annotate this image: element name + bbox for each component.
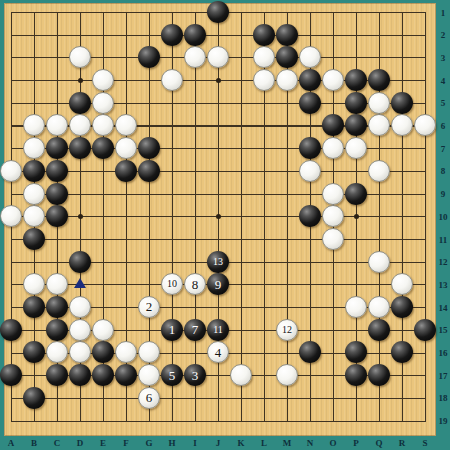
point-F1[interactable] (115, 1, 138, 24)
point-L14[interactable] (253, 296, 276, 319)
point-F2[interactable] (115, 23, 138, 46)
point-R14[interactable] (391, 296, 414, 319)
point-A6[interactable] (0, 114, 23, 137)
point-L15[interactable] (253, 318, 276, 341)
point-R19[interactable] (391, 409, 414, 432)
point-K14[interactable] (230, 296, 253, 319)
point-H11[interactable] (161, 228, 184, 251)
point-O3[interactable] (322, 46, 345, 69)
point-R18[interactable] (391, 386, 414, 409)
point-E18[interactable] (92, 386, 115, 409)
point-F13[interactable] (115, 273, 138, 296)
point-I13[interactable]: 8 (184, 273, 207, 296)
point-O10[interactable] (322, 205, 345, 228)
point-S11[interactable] (414, 228, 437, 251)
point-P15[interactable] (345, 318, 368, 341)
point-D9[interactable] (69, 182, 92, 205)
point-C1[interactable] (46, 1, 69, 24)
point-S8[interactable] (414, 159, 437, 182)
point-M11[interactable] (276, 228, 299, 251)
point-S9[interactable] (414, 182, 437, 205)
point-H1[interactable] (161, 1, 184, 24)
point-P5[interactable] (345, 91, 368, 114)
point-O18[interactable] (322, 386, 345, 409)
point-K11[interactable] (230, 228, 253, 251)
point-D5[interactable] (69, 91, 92, 114)
point-E3[interactable] (92, 46, 115, 69)
point-M1[interactable] (276, 1, 299, 24)
point-L11[interactable] (253, 228, 276, 251)
point-F4[interactable] (115, 69, 138, 92)
point-F9[interactable] (115, 182, 138, 205)
point-R12[interactable] (391, 250, 414, 273)
point-G9[interactable] (138, 182, 161, 205)
point-P1[interactable] (345, 1, 368, 24)
point-L2[interactable] (253, 23, 276, 46)
point-G4[interactable] (138, 69, 161, 92)
point-M3[interactable] (276, 46, 299, 69)
point-S18[interactable] (414, 386, 437, 409)
point-N2[interactable] (299, 23, 322, 46)
point-P7[interactable] (345, 137, 368, 160)
point-J17[interactable] (207, 364, 230, 387)
point-F12[interactable] (115, 250, 138, 273)
point-Q9[interactable] (368, 182, 391, 205)
point-O6[interactable] (322, 114, 345, 137)
point-M12[interactable] (276, 250, 299, 273)
point-N1[interactable] (299, 1, 322, 24)
point-A17[interactable] (0, 364, 23, 387)
point-R8[interactable] (391, 159, 414, 182)
point-H10[interactable] (161, 205, 184, 228)
point-E16[interactable] (92, 341, 115, 364)
point-A3[interactable] (0, 46, 23, 69)
point-E6[interactable] (92, 114, 115, 137)
point-K15[interactable] (230, 318, 253, 341)
point-M13[interactable] (276, 273, 299, 296)
point-E2[interactable] (92, 23, 115, 46)
point-S10[interactable] (414, 205, 437, 228)
point-R13[interactable] (391, 273, 414, 296)
point-M19[interactable] (276, 409, 299, 432)
point-C10[interactable] (46, 205, 69, 228)
point-C2[interactable] (46, 23, 69, 46)
point-J15[interactable]: 11 (207, 318, 230, 341)
point-A10[interactable] (0, 205, 23, 228)
point-B9[interactable] (23, 182, 46, 205)
point-E8[interactable] (92, 159, 115, 182)
point-O7[interactable] (322, 137, 345, 160)
point-F7[interactable] (115, 137, 138, 160)
point-S6[interactable] (414, 114, 437, 137)
point-B11[interactable] (23, 228, 46, 251)
point-C16[interactable] (46, 341, 69, 364)
point-F18[interactable] (115, 386, 138, 409)
point-D4[interactable] (69, 69, 92, 92)
point-Q7[interactable] (368, 137, 391, 160)
point-M2[interactable] (276, 23, 299, 46)
point-E10[interactable] (92, 205, 115, 228)
point-F10[interactable] (115, 205, 138, 228)
point-E11[interactable] (92, 228, 115, 251)
point-B16[interactable] (23, 341, 46, 364)
point-P12[interactable] (345, 250, 368, 273)
point-Q15[interactable] (368, 318, 391, 341)
point-E12[interactable] (92, 250, 115, 273)
point-L1[interactable] (253, 1, 276, 24)
point-H17[interactable]: 5 (161, 364, 184, 387)
point-F15[interactable] (115, 318, 138, 341)
point-L9[interactable] (253, 182, 276, 205)
point-A15[interactable] (0, 318, 23, 341)
point-F14[interactable] (115, 296, 138, 319)
point-F6[interactable] (115, 114, 138, 137)
point-K13[interactable] (230, 273, 253, 296)
point-D15[interactable] (69, 318, 92, 341)
point-B8[interactable] (23, 159, 46, 182)
point-P9[interactable] (345, 182, 368, 205)
point-P11[interactable] (345, 228, 368, 251)
point-F11[interactable] (115, 228, 138, 251)
point-G3[interactable] (138, 46, 161, 69)
point-G10[interactable] (138, 205, 161, 228)
point-A11[interactable] (0, 228, 23, 251)
point-S5[interactable] (414, 91, 437, 114)
point-C9[interactable] (46, 182, 69, 205)
point-K9[interactable] (230, 182, 253, 205)
point-C11[interactable] (46, 228, 69, 251)
point-P3[interactable] (345, 46, 368, 69)
point-S16[interactable] (414, 341, 437, 364)
point-K12[interactable] (230, 250, 253, 273)
point-J4[interactable] (207, 69, 230, 92)
point-A12[interactable] (0, 250, 23, 273)
point-Q12[interactable] (368, 250, 391, 273)
point-K4[interactable] (230, 69, 253, 92)
point-R9[interactable] (391, 182, 414, 205)
point-I2[interactable] (184, 23, 207, 46)
point-A8[interactable] (0, 159, 23, 182)
point-F19[interactable] (115, 409, 138, 432)
point-C17[interactable] (46, 364, 69, 387)
point-L7[interactable] (253, 137, 276, 160)
point-P13[interactable] (345, 273, 368, 296)
point-R7[interactable] (391, 137, 414, 160)
point-N17[interactable] (299, 364, 322, 387)
point-N8[interactable] (299, 159, 322, 182)
point-H15[interactable]: 1 (161, 318, 184, 341)
point-S4[interactable] (414, 69, 437, 92)
point-D19[interactable] (69, 409, 92, 432)
point-N7[interactable] (299, 137, 322, 160)
point-N13[interactable] (299, 273, 322, 296)
point-C13[interactable] (46, 273, 69, 296)
point-B2[interactable] (23, 23, 46, 46)
point-J13[interactable]: 9 (207, 273, 230, 296)
point-K2[interactable] (230, 23, 253, 46)
point-S15[interactable] (414, 318, 437, 341)
point-J1[interactable] (207, 1, 230, 24)
point-H19[interactable] (161, 409, 184, 432)
point-B5[interactable] (23, 91, 46, 114)
point-Q11[interactable] (368, 228, 391, 251)
point-G15[interactable] (138, 318, 161, 341)
point-I16[interactable] (184, 341, 207, 364)
point-H13[interactable]: 10 (161, 273, 184, 296)
point-J8[interactable] (207, 159, 230, 182)
point-N14[interactable] (299, 296, 322, 319)
point-L18[interactable] (253, 386, 276, 409)
point-I10[interactable] (184, 205, 207, 228)
point-J19[interactable] (207, 409, 230, 432)
point-K6[interactable] (230, 114, 253, 137)
point-N16[interactable] (299, 341, 322, 364)
point-M7[interactable] (276, 137, 299, 160)
point-D7[interactable] (69, 137, 92, 160)
point-P4[interactable] (345, 69, 368, 92)
point-P19[interactable] (345, 409, 368, 432)
point-D2[interactable] (69, 23, 92, 46)
point-D18[interactable] (69, 386, 92, 409)
point-C18[interactable] (46, 386, 69, 409)
point-E4[interactable] (92, 69, 115, 92)
point-R11[interactable] (391, 228, 414, 251)
point-A18[interactable] (0, 386, 23, 409)
point-G1[interactable] (138, 1, 161, 24)
point-F8[interactable] (115, 159, 138, 182)
point-L4[interactable] (253, 69, 276, 92)
point-B15[interactable] (23, 318, 46, 341)
point-I6[interactable] (184, 114, 207, 137)
point-N12[interactable] (299, 250, 322, 273)
point-R4[interactable] (391, 69, 414, 92)
point-A14[interactable] (0, 296, 23, 319)
point-S12[interactable] (414, 250, 437, 273)
point-S14[interactable] (414, 296, 437, 319)
point-G13[interactable] (138, 273, 161, 296)
point-B10[interactable] (23, 205, 46, 228)
point-O4[interactable] (322, 69, 345, 92)
point-H3[interactable] (161, 46, 184, 69)
point-M5[interactable] (276, 91, 299, 114)
point-I5[interactable] (184, 91, 207, 114)
point-A9[interactable] (0, 182, 23, 205)
point-O16[interactable] (322, 341, 345, 364)
point-M4[interactable] (276, 69, 299, 92)
point-O12[interactable] (322, 250, 345, 273)
point-C12[interactable] (46, 250, 69, 273)
point-Q14[interactable] (368, 296, 391, 319)
point-P18[interactable] (345, 386, 368, 409)
point-E1[interactable] (92, 1, 115, 24)
point-M9[interactable] (276, 182, 299, 205)
point-S1[interactable] (414, 1, 437, 24)
point-A13[interactable] (0, 273, 23, 296)
point-O11[interactable] (322, 228, 345, 251)
point-J16[interactable]: 4 (207, 341, 230, 364)
point-J6[interactable] (207, 114, 230, 137)
point-O9[interactable] (322, 182, 345, 205)
point-N10[interactable] (299, 205, 322, 228)
point-Q17[interactable] (368, 364, 391, 387)
point-J2[interactable] (207, 23, 230, 46)
point-L5[interactable] (253, 91, 276, 114)
point-E5[interactable] (92, 91, 115, 114)
point-L16[interactable] (253, 341, 276, 364)
point-Q5[interactable] (368, 91, 391, 114)
point-L10[interactable] (253, 205, 276, 228)
point-Q18[interactable] (368, 386, 391, 409)
point-B14[interactable] (23, 296, 46, 319)
point-I11[interactable] (184, 228, 207, 251)
point-M14[interactable] (276, 296, 299, 319)
point-H18[interactable] (161, 386, 184, 409)
point-E15[interactable] (92, 318, 115, 341)
point-H8[interactable] (161, 159, 184, 182)
point-O14[interactable] (322, 296, 345, 319)
point-O8[interactable] (322, 159, 345, 182)
point-N11[interactable] (299, 228, 322, 251)
point-P6[interactable] (345, 114, 368, 137)
point-S2[interactable] (414, 23, 437, 46)
point-F17[interactable] (115, 364, 138, 387)
point-H6[interactable] (161, 114, 184, 137)
point-O13[interactable] (322, 273, 345, 296)
point-N9[interactable] (299, 182, 322, 205)
point-L13[interactable] (253, 273, 276, 296)
point-D17[interactable] (69, 364, 92, 387)
point-C8[interactable] (46, 159, 69, 182)
point-R16[interactable] (391, 341, 414, 364)
point-K16[interactable] (230, 341, 253, 364)
point-S13[interactable] (414, 273, 437, 296)
point-G5[interactable] (138, 91, 161, 114)
point-J5[interactable] (207, 91, 230, 114)
point-M10[interactable] (276, 205, 299, 228)
point-S7[interactable] (414, 137, 437, 160)
point-P14[interactable] (345, 296, 368, 319)
point-M15[interactable]: 12 (276, 318, 299, 341)
point-J10[interactable] (207, 205, 230, 228)
point-B3[interactable] (23, 46, 46, 69)
point-D8[interactable] (69, 159, 92, 182)
point-J7[interactable] (207, 137, 230, 160)
point-I1[interactable] (184, 1, 207, 24)
point-B13[interactable] (23, 273, 46, 296)
point-C4[interactable] (46, 69, 69, 92)
point-Q13[interactable] (368, 273, 391, 296)
point-A19[interactable] (0, 409, 23, 432)
point-Q3[interactable] (368, 46, 391, 69)
point-C3[interactable] (46, 46, 69, 69)
point-J11[interactable] (207, 228, 230, 251)
point-C14[interactable] (46, 296, 69, 319)
point-G19[interactable] (138, 409, 161, 432)
point-P2[interactable] (345, 23, 368, 46)
point-E13[interactable] (92, 273, 115, 296)
point-D3[interactable] (69, 46, 92, 69)
point-I15[interactable]: 7 (184, 318, 207, 341)
point-Q19[interactable] (368, 409, 391, 432)
point-K5[interactable] (230, 91, 253, 114)
point-D10[interactable] (69, 205, 92, 228)
point-D6[interactable] (69, 114, 92, 137)
point-H4[interactable] (161, 69, 184, 92)
point-K7[interactable] (230, 137, 253, 160)
point-A1[interactable] (0, 1, 23, 24)
point-I17[interactable]: 3 (184, 364, 207, 387)
point-B7[interactable] (23, 137, 46, 160)
point-J14[interactable] (207, 296, 230, 319)
point-B6[interactable] (23, 114, 46, 137)
point-D12[interactable] (69, 250, 92, 273)
point-I9[interactable] (184, 182, 207, 205)
point-G11[interactable] (138, 228, 161, 251)
point-R15[interactable] (391, 318, 414, 341)
point-M8[interactable] (276, 159, 299, 182)
point-I7[interactable] (184, 137, 207, 160)
point-G8[interactable] (138, 159, 161, 182)
point-F3[interactable] (115, 46, 138, 69)
point-R10[interactable] (391, 205, 414, 228)
point-N19[interactable] (299, 409, 322, 432)
point-F16[interactable] (115, 341, 138, 364)
point-K17[interactable] (230, 364, 253, 387)
point-N4[interactable] (299, 69, 322, 92)
point-G12[interactable] (138, 250, 161, 273)
point-K18[interactable] (230, 386, 253, 409)
point-B19[interactable] (23, 409, 46, 432)
point-E7[interactable] (92, 137, 115, 160)
point-O5[interactable] (322, 91, 345, 114)
point-C15[interactable] (46, 318, 69, 341)
point-R6[interactable] (391, 114, 414, 137)
point-O2[interactable] (322, 23, 345, 46)
point-C6[interactable] (46, 114, 69, 137)
point-C19[interactable] (46, 409, 69, 432)
point-N5[interactable] (299, 91, 322, 114)
point-C7[interactable] (46, 137, 69, 160)
point-E9[interactable] (92, 182, 115, 205)
point-K1[interactable] (230, 1, 253, 24)
point-H2[interactable] (161, 23, 184, 46)
point-Q8[interactable] (368, 159, 391, 182)
point-Q1[interactable] (368, 1, 391, 24)
point-I4[interactable] (184, 69, 207, 92)
point-K3[interactable] (230, 46, 253, 69)
point-J9[interactable] (207, 182, 230, 205)
point-M17[interactable] (276, 364, 299, 387)
point-A5[interactable] (0, 91, 23, 114)
point-A7[interactable] (0, 137, 23, 160)
point-P17[interactable] (345, 364, 368, 387)
point-I19[interactable] (184, 409, 207, 432)
point-I12[interactable] (184, 250, 207, 273)
point-M6[interactable] (276, 114, 299, 137)
point-H12[interactable] (161, 250, 184, 273)
point-L8[interactable] (253, 159, 276, 182)
point-E17[interactable] (92, 364, 115, 387)
point-I3[interactable] (184, 46, 207, 69)
point-C5[interactable] (46, 91, 69, 114)
point-G2[interactable] (138, 23, 161, 46)
point-P10[interactable] (345, 205, 368, 228)
point-R5[interactable] (391, 91, 414, 114)
point-J12[interactable]: 13 (207, 250, 230, 273)
point-M16[interactable] (276, 341, 299, 364)
point-K8[interactable] (230, 159, 253, 182)
point-O19[interactable] (322, 409, 345, 432)
